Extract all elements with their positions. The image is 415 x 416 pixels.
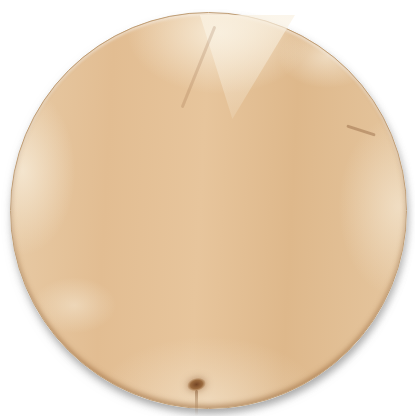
hole-grid (10, 31, 405, 370)
photo-canvas (0, 0, 415, 416)
wood-knot-streak (195, 390, 198, 416)
board (10, 12, 407, 409)
